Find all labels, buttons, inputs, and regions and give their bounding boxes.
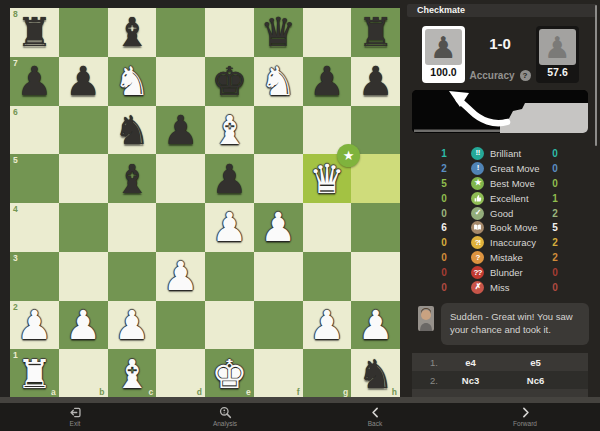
square-f6[interactable] [254, 106, 303, 155]
square-c5[interactable]: ♝ [108, 154, 157, 203]
chevron-left-icon [369, 406, 382, 419]
inaccuracy-icon: ?! [471, 236, 484, 249]
black-count: 2 [545, 237, 565, 248]
move-number: 1. [412, 357, 438, 368]
book-move-icon [471, 221, 484, 234]
square-a7[interactable]: 7♟ [10, 57, 59, 106]
square-e4[interactable]: ♟ [205, 203, 254, 252]
square-b6[interactable] [59, 106, 108, 155]
best-move-icon: ★ [471, 177, 484, 190]
piece-white-p: ♟ [16, 301, 52, 349]
square-a6[interactable]: 6 [10, 106, 59, 155]
file-label: e [246, 388, 251, 397]
banner-graphic [412, 90, 588, 133]
square-a2[interactable]: 2♟ [10, 301, 59, 350]
square-d1[interactable]: d [156, 349, 205, 398]
square-d5[interactable] [156, 154, 205, 203]
exit-label: Exit [70, 421, 81, 428]
coach-avatar [418, 306, 434, 331]
square-a8[interactable]: 8♜ [10, 8, 59, 57]
move-row-partial [412, 389, 588, 397]
quality-label: Mistake [490, 252, 523, 263]
square-c7[interactable]: ♞ [108, 57, 157, 106]
square-c3[interactable] [108, 252, 157, 301]
white-count: 5 [434, 178, 454, 189]
excellent-icon [471, 192, 484, 205]
square-b4[interactable] [59, 203, 108, 252]
rank-label: 1 [13, 351, 18, 360]
file-label: g [343, 388, 348, 397]
piece-black-p: ♟ [211, 155, 247, 203]
square-g4[interactable] [303, 203, 352, 252]
square-e1[interactable]: e♚ [205, 349, 254, 398]
piece-white-p: ♟ [211, 203, 247, 251]
quality-row-blunder: 0??Blunder0 [400, 265, 600, 280]
white-count: 0 [434, 237, 454, 248]
piece-white-p: ♟ [114, 301, 150, 349]
blunder-icon: ?? [471, 266, 484, 279]
piece-white-b: ♝ [211, 106, 247, 154]
piece-black-b: ♝ [114, 8, 150, 56]
quality-row-inaccuracy: 0?!Inaccuracy2 [400, 235, 600, 250]
black-avatar: ♟ [539, 29, 576, 65]
quality-label: Excellent [490, 193, 529, 204]
coach-comment: Sudden - Great win! You saw your chance … [441, 303, 589, 345]
piece-white-p: ♟ [65, 301, 101, 349]
square-a4[interactable]: 4 [10, 203, 59, 252]
white-move[interactable]: Nc3 [438, 375, 503, 386]
square-g3[interactable] [303, 252, 352, 301]
square-e6[interactable]: ♝ [205, 106, 254, 155]
file-label: h [392, 388, 397, 397]
exit-icon [69, 406, 82, 419]
square-h1[interactable]: h♞ [351, 349, 400, 398]
black-count: 0 [545, 178, 565, 189]
pawn-icon: ♟ [544, 29, 571, 65]
black-count: 0 [545, 282, 565, 293]
white-count: 0 [434, 282, 454, 293]
back-button[interactable]: Back [300, 403, 450, 431]
review-banner-illustration [412, 90, 588, 133]
piece-black-n: ♞ [114, 106, 150, 154]
piece-black-r: ♜ [358, 8, 394, 56]
square-d8[interactable] [156, 8, 205, 57]
rank-label: 7 [13, 59, 18, 68]
black-count: 0 [545, 163, 565, 174]
piece-black-r: ♜ [16, 8, 52, 56]
quality-row-mistake: 0?Mistake2 [400, 250, 600, 265]
quality-label: Book Move [490, 222, 538, 233]
square-f4[interactable]: ♟ [254, 203, 303, 252]
miss-icon: ✗ [471, 281, 484, 294]
white-count: 0 [434, 267, 454, 278]
piece-white-p: ♟ [163, 252, 199, 300]
square-c6[interactable]: ♞ [108, 106, 157, 155]
square-h8[interactable]: ♜ [351, 8, 400, 57]
rank-label: 5 [13, 156, 18, 165]
piece-black-q: ♛ [260, 8, 296, 56]
square-b1[interactable]: b [59, 349, 108, 398]
black-count: 1 [545, 193, 565, 204]
square-b8[interactable] [59, 8, 108, 57]
great-move-icon: ! [471, 162, 484, 175]
file-label: c [149, 388, 154, 397]
move-row-1.: 1.e4e5 [412, 353, 588, 371]
brilliant-icon: ‼ [471, 147, 484, 160]
square-d6[interactable]: ♟ [156, 106, 205, 155]
piece-white-p: ♟ [260, 203, 296, 251]
square-c2[interactable]: ♟ [108, 301, 157, 350]
panel-title: Checkmate [407, 4, 597, 17]
good-icon: ✓ [471, 207, 484, 220]
square-g1[interactable]: g [303, 349, 352, 398]
black-count: 2 [545, 252, 565, 263]
quality-label: Inaccuracy [490, 237, 536, 248]
quality-row-good: 0✓Good2 [400, 206, 600, 221]
square-h5[interactable] [351, 154, 400, 203]
black-accuracy-score: 57.6 [547, 65, 567, 80]
square-a3[interactable]: 3 [10, 252, 59, 301]
chevron-right-icon [519, 406, 532, 419]
square-e3[interactable] [205, 252, 254, 301]
quality-row-great-move: 2!Great Move0 [400, 161, 600, 176]
square-b7[interactable]: ♟ [59, 57, 108, 106]
square-h6[interactable] [351, 106, 400, 155]
square-e8[interactable] [205, 8, 254, 57]
mistake-icon: ? [471, 251, 484, 264]
quality-label: Best Move [490, 178, 535, 189]
square-h7[interactable]: ♟ [351, 57, 400, 106]
black-count: 0 [545, 267, 565, 278]
white-count: 0 [434, 193, 454, 204]
piece-white-n: ♞ [114, 57, 150, 105]
move-quality-list: 1‼Brilliant02!Great Move05★Best Move00Ex… [400, 146, 600, 295]
piece-black-p: ♟ [65, 57, 101, 105]
piece-white-p: ♟ [358, 301, 394, 349]
analysis-label: Analysis [213, 421, 237, 428]
piece-black-n: ♞ [358, 350, 394, 398]
piece-black-p: ♟ [358, 57, 394, 105]
square-h4[interactable] [351, 203, 400, 252]
white-count: 0 [434, 208, 454, 219]
game-result: 1-0 [466, 35, 534, 52]
square-b5[interactable] [59, 154, 108, 203]
forward-button[interactable]: Forward [450, 403, 600, 431]
quality-row-book-move: 6Book Move5 [400, 220, 600, 235]
white-count: 0 [434, 252, 454, 263]
black-count: 2 [545, 208, 565, 219]
black-count: 0 [545, 148, 565, 159]
square-d7[interactable] [156, 57, 205, 106]
black-move[interactable]: e5 [503, 357, 568, 368]
white-count: 2 [434, 163, 454, 174]
square-g7[interactable]: ♟ [303, 57, 352, 106]
file-label: d [197, 388, 202, 397]
review-sidebar: Checkmate ♟ 100.0 1-0 Accuracy ? ♟ 57.6 [400, 0, 600, 397]
square-f3[interactable] [254, 252, 303, 301]
rank-label: 2 [13, 303, 18, 312]
quality-label: Good [490, 208, 513, 219]
black-move[interactable]: Nc6 [503, 375, 568, 386]
sidebar-scrollbar[interactable] [595, 5, 597, 146]
square-d4[interactable] [156, 203, 205, 252]
black-player-card: ♟ 57.6 [536, 26, 579, 83]
move-row-2.: 2.Nc3Nc6 [412, 371, 588, 389]
pawn-icon: ♟ [430, 29, 457, 65]
quality-row-brilliant: 1‼Brilliant0 [400, 146, 600, 161]
square-f2[interactable] [254, 301, 303, 350]
file-label: a [51, 388, 56, 397]
square-a1[interactable]: 1a♜ [10, 349, 59, 398]
square-g2[interactable]: ♟ [303, 301, 352, 350]
square-c4[interactable] [108, 203, 157, 252]
exit-button[interactable]: Exit [0, 403, 150, 431]
analysis-magnifier-icon [219, 406, 232, 419]
piece-black-p: ♟ [16, 57, 52, 105]
square-b2[interactable]: ♟ [59, 301, 108, 350]
square-f1[interactable]: f [254, 349, 303, 398]
file-label: f [297, 388, 300, 397]
quality-label: Brilliant [490, 148, 521, 159]
analysis-button[interactable]: Analysis [150, 403, 300, 431]
square-h2[interactable]: ♟ [351, 301, 400, 350]
piece-white-n: ♞ [260, 57, 296, 105]
help-icon[interactable]: ? [520, 70, 531, 81]
rank-label: 3 [13, 254, 18, 263]
square-a5[interactable]: 5 [10, 154, 59, 203]
square-e5[interactable]: ♟ [205, 154, 254, 203]
rank-label: 8 [13, 10, 18, 19]
best-move-star-badge: ★ [337, 144, 360, 167]
quality-label: Miss [490, 282, 510, 293]
quality-row-best-move: 5★Best Move0 [400, 176, 600, 191]
piece-black-k: ♚ [211, 57, 247, 105]
square-d3[interactable]: ♟ [156, 252, 205, 301]
square-c1[interactable]: c♝ [108, 349, 157, 398]
square-f7[interactable]: ♞ [254, 57, 303, 106]
square-b3[interactable] [59, 252, 108, 301]
square-f5[interactable] [254, 154, 303, 203]
white-count: 6 [434, 222, 454, 233]
square-c8[interactable]: ♝ [108, 8, 157, 57]
quality-row-excellent: 0Excellent1 [400, 191, 600, 206]
piece-white-b: ♝ [114, 350, 150, 398]
back-label: Back [368, 421, 382, 428]
quality-row-miss: 0✗Miss0 [400, 280, 600, 295]
square-e7[interactable]: ♚ [205, 57, 254, 106]
board: 8♜♝♛♜7♟♟♞♚♞♟♟6♞♟♝5♝♟♛4♟♟3♟2♟♟♟♟♟1a♜bc♝de… [10, 8, 400, 398]
square-d2[interactable] [156, 301, 205, 350]
star-icon: ★ [343, 149, 355, 162]
white-count: 1 [434, 148, 454, 159]
piece-white-p: ♟ [309, 301, 345, 349]
piece-black-p: ♟ [163, 106, 199, 154]
piece-white-k: ♚ [211, 350, 247, 398]
square-h3[interactable] [351, 252, 400, 301]
black-count: 5 [545, 222, 565, 233]
board-area: 8♜♝♛♜7♟♟♞♚♞♟♟6♞♟♝5♝♟♛4♟♟3♟2♟♟♟♟♟1a♜bc♝de… [10, 8, 400, 398]
accuracy-label: Accuracy [469, 70, 514, 81]
square-g8[interactable] [303, 8, 352, 57]
move-list: 1.e4e52.Nc3Nc6 [412, 353, 588, 397]
piece-black-p: ♟ [309, 57, 345, 105]
rank-label: 4 [13, 205, 18, 214]
game-review-screen: 8♜♝♛♜7♟♟♞♚♞♟♟6♞♟♝5♝♟♛4♟♟3♟2♟♟♟♟♟1a♜bc♝de… [0, 0, 600, 431]
white-move[interactable]: e4 [438, 357, 503, 368]
square-e2[interactable] [205, 301, 254, 350]
square-f8[interactable]: ♛ [254, 8, 303, 57]
quality-label: Great Move [490, 163, 540, 174]
white-avatar: ♟ [425, 29, 462, 65]
file-label: b [99, 388, 104, 397]
quality-label: Blunder [490, 267, 523, 278]
forward-label: Forward [513, 421, 537, 428]
piece-white-r: ♜ [16, 350, 52, 398]
piece-black-b: ♝ [114, 155, 150, 203]
bottom-toolbar: Exit Analysis Back Forward [0, 403, 600, 431]
rank-label: 6 [13, 108, 18, 117]
move-number: 2. [412, 375, 438, 386]
